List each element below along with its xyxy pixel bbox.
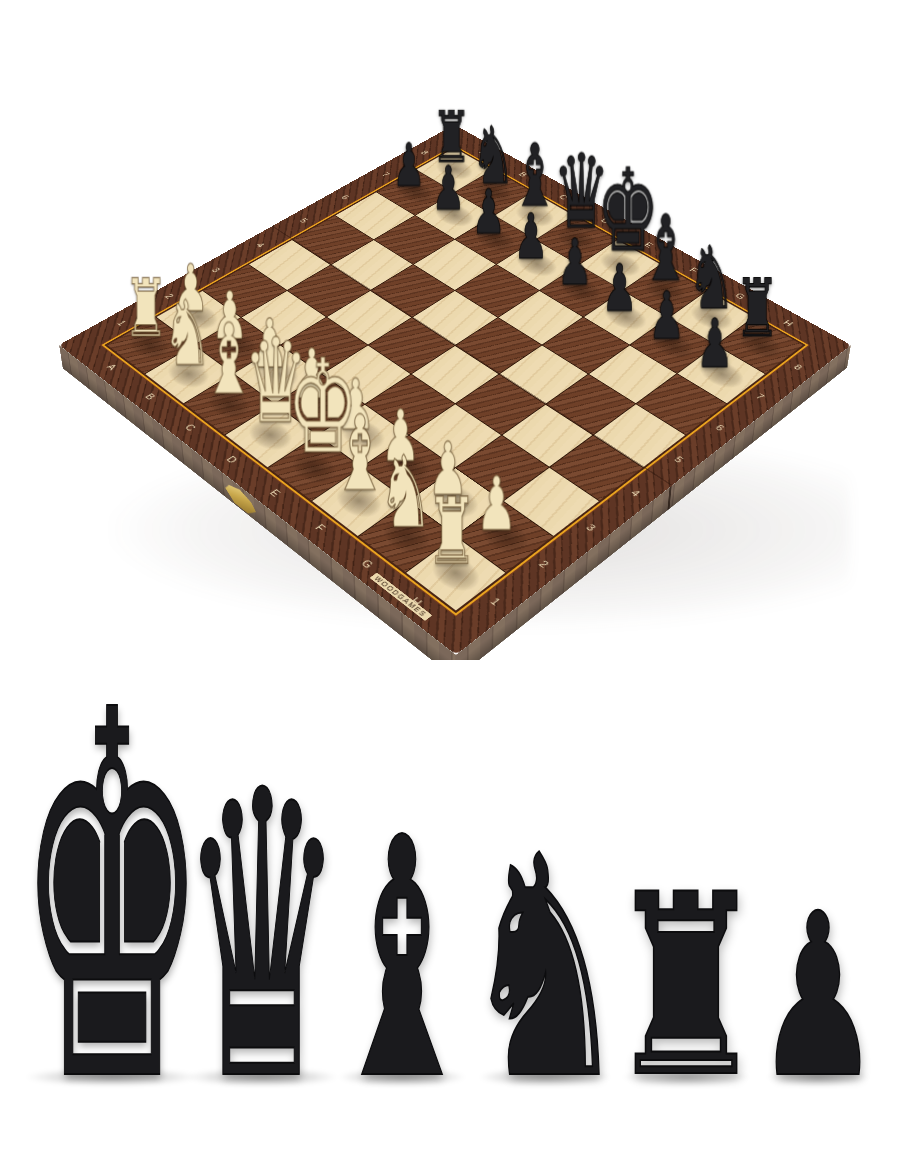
black-pawn[interactable]: ♟ xyxy=(513,206,549,269)
white-knight[interactable]: ♞ xyxy=(377,443,419,542)
board-photo: ♜♞♝♛♚♝♞♜♟♟♟♟♟♟♟♟♟♟♟♟♟♟♟♟♜♞♝♛♚♝♞♜ ABCDEFG… xyxy=(0,0,900,660)
white-knight[interactable]: ♞ xyxy=(162,289,200,379)
board-squares-grid: ♜♞♝♛♚♝♞♜♟♟♟♟♟♟♟♟♟♟♟♟♟♟♟♟♜♞♝♛♚♝♞♜ xyxy=(107,148,803,611)
black-pawn[interactable]: ♟ xyxy=(431,159,465,220)
black-pawn[interactable]: ♟ xyxy=(648,283,686,349)
chess-board: ♜♞♝♛♚♝♞♜♟♟♟♟♟♟♟♟♟♟♟♟♟♟♟♟♜♞♝♛♚♝♞♜ ABCDEFG… xyxy=(59,125,851,655)
black-pawn[interactable]: ♟ xyxy=(556,231,592,295)
black-pawn[interactable]: ♟ xyxy=(601,257,638,322)
board-scene: ♜♞♝♛♚♝♞♜♟♟♟♟♟♟♟♟♟♟♟♟♟♟♟♟♜♞♝♛♚♝♞♜ ABCDEFG… xyxy=(0,0,900,660)
black-rook[interactable]: ♜ xyxy=(735,269,773,349)
white-pawn[interactable]: ♟ xyxy=(476,468,518,543)
black-pawn-glyph: ♟ xyxy=(755,884,880,1109)
white-queen[interactable]: ♛ xyxy=(243,323,283,440)
white-rook[interactable]: ♜ xyxy=(123,269,161,349)
black-queen-glyph: ♛ xyxy=(181,740,344,1135)
fold-seam-side xyxy=(667,486,671,511)
white-rook[interactable]: ♜ xyxy=(426,487,469,579)
white-bishop[interactable]: ♝ xyxy=(331,403,373,507)
white-bishop[interactable]: ♝ xyxy=(202,311,241,409)
black-pieces-lineup: ♚♛♝♞♜♟ xyxy=(0,660,900,1174)
white-king[interactable]: ♚ xyxy=(286,343,327,473)
black-pawn[interactable]: ♟ xyxy=(696,311,734,378)
black-bishop-glyph: ♝ xyxy=(325,795,479,1125)
black-king-glyph: ♚ xyxy=(17,647,207,1152)
black-pawn[interactable]: ♟ xyxy=(471,182,506,244)
black-rook-glyph: ♜ xyxy=(605,862,766,1112)
black-pawn[interactable]: ♟ xyxy=(392,136,426,196)
